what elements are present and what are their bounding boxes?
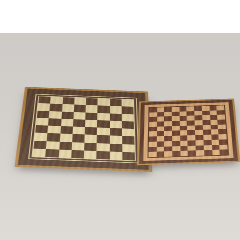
draughts-board-squares — [149, 105, 229, 157]
board-square — [122, 152, 135, 161]
board-square — [164, 151, 172, 156]
board-square — [196, 150, 204, 155]
chess-board-inlay-line-inner — [32, 96, 137, 161]
draughts-board-side-edge — [137, 98, 240, 165]
draughts-board — [137, 98, 240, 165]
board-square — [84, 150, 97, 159]
board-square — [58, 149, 71, 158]
board-square — [156, 152, 164, 157]
draughts-board-inlay-line — [147, 105, 229, 158]
photo-backdrop — [0, 0, 240, 240]
board-square — [220, 150, 228, 155]
chess-board-inlay-line-outer — [28, 94, 139, 163]
draughts-board-border-band — [143, 102, 233, 161]
board-square — [33, 148, 47, 157]
chess-board-inlay-line-middle — [29, 94, 138, 162]
draughts-board-frame — [139, 100, 238, 164]
background-white-band — [0, 0, 240, 33]
chess-board — [14, 87, 152, 172]
board-square — [172, 151, 180, 156]
board-square — [188, 151, 196, 156]
board-square — [45, 149, 58, 158]
board-square — [97, 151, 110, 160]
board-square — [71, 150, 84, 159]
board-square — [109, 151, 122, 160]
chess-board-side-edge — [14, 87, 152, 172]
chess-board-squares — [33, 96, 135, 160]
board-square — [180, 151, 188, 156]
board-square — [149, 152, 157, 158]
chess-board-frame — [18, 89, 149, 170]
